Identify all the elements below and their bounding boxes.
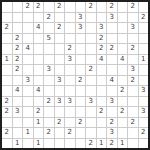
- grid-cell[interactable]: [76, 65, 86, 75]
- grid-cell[interactable]: [107, 86, 117, 96]
- grid-cell[interactable]: [13, 97, 23, 107]
- grid-cell[interactable]: [139, 44, 149, 54]
- grid-cell[interactable]: [13, 76, 23, 86]
- grid-cell[interactable]: [44, 86, 54, 96]
- clue-cell[interactable]: 2: [13, 65, 23, 75]
- grid-cell[interactable]: [23, 86, 33, 96]
- grid-cell[interactable]: [65, 2, 75, 12]
- grid-cell[interactable]: [23, 23, 33, 33]
- clue-cell[interactable]: 3: [65, 55, 75, 65]
- clue-cell[interactable]: 4: [13, 86, 23, 96]
- clue-cell[interactable]: 1: [34, 139, 44, 149]
- grid-cell[interactable]: [76, 34, 86, 44]
- clue-cell[interactable]: 3: [97, 23, 107, 33]
- clue-cell[interactable]: 2: [76, 76, 86, 86]
- clue-cell[interactable]: 2: [118, 107, 128, 117]
- clue-cell[interactable]: 2: [2, 23, 12, 33]
- grid-cell[interactable]: [13, 2, 23, 12]
- clue-cell[interactable]: 2: [107, 139, 117, 149]
- grid-cell[interactable]: [118, 76, 128, 86]
- clue-cell[interactable]: 3: [107, 13, 117, 23]
- clue-cell[interactable]: 3: [65, 97, 75, 107]
- grid-cell[interactable]: [97, 65, 107, 75]
- clue-cell[interactable]: 2: [2, 128, 12, 138]
- clue-cell[interactable]: 2: [44, 128, 54, 138]
- grid-cell[interactable]: [13, 23, 23, 33]
- grid-cell[interactable]: [86, 76, 96, 86]
- grid-cell[interactable]: [65, 34, 75, 44]
- grid-cell[interactable]: [44, 139, 54, 149]
- grid-cell[interactable]: [139, 34, 149, 44]
- clue-cell[interactable]: 2: [139, 13, 149, 23]
- grid-cell[interactable]: [128, 86, 138, 96]
- grid-cell[interactable]: [86, 55, 96, 65]
- grid-cell[interactable]: [86, 44, 96, 54]
- grid-cell[interactable]: [107, 55, 117, 65]
- grid-cell[interactable]: [23, 34, 33, 44]
- clue-cell[interactable]: 2: [55, 118, 65, 128]
- clue-cell[interactable]: 2: [107, 118, 117, 128]
- clue-cell[interactable]: 4: [107, 76, 117, 86]
- grid-cell[interactable]: [34, 44, 44, 54]
- grid-cell[interactable]: [76, 128, 86, 138]
- grid-cell[interactable]: [55, 128, 65, 138]
- grid-cell[interactable]: [65, 139, 75, 149]
- puzzle-grid: 2222222332242333252242222123441232333242…: [0, 0, 150, 150]
- grid-cell[interactable]: [128, 97, 138, 107]
- grid-cell[interactable]: [44, 2, 54, 12]
- clue-cell[interactable]: 1: [97, 139, 107, 149]
- grid-cell[interactable]: [34, 128, 44, 138]
- grid-cell[interactable]: [13, 118, 23, 128]
- grid-cell[interactable]: [13, 13, 23, 23]
- clue-cell[interactable]: 2: [97, 34, 107, 44]
- grid-cell[interactable]: [139, 23, 149, 33]
- clue-cell[interactable]: 1: [139, 55, 149, 65]
- grid-cell[interactable]: [65, 65, 75, 75]
- clue-cell[interactable]: 3: [55, 97, 65, 107]
- grid-cell[interactable]: [55, 107, 65, 117]
- clue-cell[interactable]: 2: [34, 2, 44, 12]
- grid-cell[interactable]: [34, 65, 44, 75]
- grid-cell[interactable]: [128, 128, 138, 138]
- clue-cell[interactable]: 3: [139, 86, 149, 96]
- grid-cell[interactable]: [139, 65, 149, 75]
- grid-cell[interactable]: [2, 139, 12, 149]
- grid-cell[interactable]: [107, 107, 117, 117]
- grid-cell[interactable]: [55, 44, 65, 54]
- grid-cell[interactable]: [65, 13, 75, 23]
- grid-cell[interactable]: [86, 118, 96, 128]
- clue-cell[interactable]: 2: [107, 44, 117, 54]
- grid-cell[interactable]: [128, 139, 138, 149]
- clue-cell[interactable]: 3: [107, 128, 117, 138]
- grid-cell[interactable]: [128, 107, 138, 117]
- clue-cell[interactable]: 2: [55, 23, 65, 33]
- grid-cell[interactable]: [34, 55, 44, 65]
- grid-cell[interactable]: [44, 107, 54, 117]
- clue-cell[interactable]: 2: [76, 118, 86, 128]
- grid-cell[interactable]: [107, 34, 117, 44]
- grid-cell[interactable]: [2, 44, 12, 54]
- grid-cell[interactable]: [76, 44, 86, 54]
- clue-cell[interactable]: 2: [139, 128, 149, 138]
- clue-cell[interactable]: 2: [2, 107, 12, 117]
- clue-cell[interactable]: 2: [128, 44, 138, 54]
- clue-cell[interactable]: 4: [23, 44, 33, 54]
- grid-cell[interactable]: [118, 23, 128, 33]
- grid-cell[interactable]: [65, 76, 75, 86]
- clue-cell[interactable]: 2: [13, 44, 23, 54]
- clue-cell[interactable]: 1: [23, 128, 33, 138]
- grid-cell[interactable]: [97, 128, 107, 138]
- grid-cell[interactable]: [97, 86, 107, 96]
- grid-cell[interactable]: [139, 2, 149, 12]
- grid-cell[interactable]: [2, 118, 12, 128]
- grid-cell[interactable]: [76, 107, 86, 117]
- clue-cell[interactable]: 1: [34, 118, 44, 128]
- clue-cell[interactable]: 2: [107, 2, 117, 12]
- grid-cell[interactable]: [118, 118, 128, 128]
- clue-cell[interactable]: 2: [86, 2, 96, 12]
- grid-cell[interactable]: [34, 13, 44, 23]
- grid-cell[interactable]: [65, 86, 75, 96]
- clue-cell[interactable]: 2: [2, 97, 12, 107]
- clue-cell[interactable]: 4: [118, 55, 128, 65]
- grid-cell[interactable]: [118, 34, 128, 44]
- grid-cell[interactable]: [44, 76, 54, 86]
- grid-cell[interactable]: [118, 44, 128, 54]
- grid-cell[interactable]: [139, 139, 149, 149]
- grid-cell[interactable]: [118, 97, 128, 107]
- clue-cell[interactable]: 2: [13, 34, 23, 44]
- grid-cell[interactable]: [107, 23, 117, 33]
- grid-cell[interactable]: [86, 34, 96, 44]
- grid-cell[interactable]: [128, 34, 138, 44]
- clue-cell[interactable]: 2: [65, 128, 75, 138]
- grid-cell[interactable]: [34, 76, 44, 86]
- grid-cell[interactable]: [118, 13, 128, 23]
- grid-cell[interactable]: [139, 97, 149, 107]
- clue-cell[interactable]: 2: [44, 13, 54, 23]
- clue-cell[interactable]: 2: [34, 107, 44, 117]
- clue-cell[interactable]: 2: [23, 2, 33, 12]
- grid-cell[interactable]: [76, 55, 86, 65]
- grid-cell[interactable]: [65, 23, 75, 33]
- grid-cell[interactable]: [97, 97, 107, 107]
- grid-cell[interactable]: [55, 86, 65, 96]
- clue-cell[interactable]: 2: [97, 107, 107, 117]
- grid-cell[interactable]: [86, 86, 96, 96]
- grid-cell[interactable]: [97, 2, 107, 12]
- grid-cell[interactable]: [86, 13, 96, 23]
- clue-cell[interactable]: 1: [118, 139, 128, 149]
- clue-cell[interactable]: 5: [44, 34, 54, 44]
- grid-cell[interactable]: [55, 139, 65, 149]
- clue-cell[interactable]: 2: [44, 97, 54, 107]
- grid-cell[interactable]: [55, 34, 65, 44]
- grid-cell[interactable]: [34, 34, 44, 44]
- grid-cell[interactable]: [76, 139, 86, 149]
- clue-cell[interactable]: 2: [13, 55, 23, 65]
- grid-cell[interactable]: [118, 2, 128, 12]
- clue-cell[interactable]: 2: [86, 139, 96, 149]
- clue-cell[interactable]: 2: [97, 44, 107, 54]
- grid-cell[interactable]: [55, 65, 65, 75]
- grid-cell[interactable]: [2, 65, 12, 75]
- clue-cell[interactable]: 1: [13, 139, 23, 149]
- grid-cell[interactable]: [139, 118, 149, 128]
- clue-cell[interactable]: 3: [76, 13, 86, 23]
- grid-cell[interactable]: [97, 118, 107, 128]
- grid-cell[interactable]: [65, 118, 75, 128]
- clue-cell[interactable]: 2: [55, 2, 65, 12]
- grid-cell[interactable]: [65, 107, 75, 117]
- clue-cell[interactable]: 3: [13, 107, 23, 117]
- grid-cell[interactable]: [44, 44, 54, 54]
- clue-cell[interactable]: 3: [128, 23, 138, 33]
- clue-cell[interactable]: 3: [76, 23, 86, 33]
- grid-cell[interactable]: [34, 97, 44, 107]
- grid-cell[interactable]: [2, 86, 12, 96]
- clue-cell[interactable]: 3: [23, 76, 33, 86]
- grid-cell[interactable]: [2, 2, 12, 12]
- clue-cell[interactable]: 3: [86, 97, 96, 107]
- grid-cell[interactable]: [44, 23, 54, 33]
- grid-cell[interactable]: [2, 13, 12, 23]
- grid-cell[interactable]: [86, 23, 96, 33]
- clue-cell[interactable]: 2: [128, 2, 138, 12]
- grid-cell[interactable]: [2, 76, 12, 86]
- grid-cell[interactable]: [118, 65, 128, 75]
- clue-cell[interactable]: 2: [118, 86, 128, 96]
- grid-cell[interactable]: [86, 107, 96, 117]
- grid-cell[interactable]: [13, 128, 23, 138]
- grid-cell[interactable]: [97, 13, 107, 23]
- grid-cell[interactable]: [44, 118, 54, 128]
- grid-cell[interactable]: [23, 13, 33, 23]
- grid-cell[interactable]: [23, 107, 33, 117]
- grid-cell[interactable]: [107, 65, 117, 75]
- clue-cell[interactable]: 2: [128, 118, 138, 128]
- clue-cell[interactable]: 1: [2, 55, 12, 65]
- clue-cell[interactable]: 3: [128, 65, 138, 75]
- grid-cell[interactable]: [55, 55, 65, 65]
- grid-cell[interactable]: [118, 128, 128, 138]
- grid-cell[interactable]: [55, 13, 65, 23]
- grid-cell[interactable]: [139, 76, 149, 86]
- clue-cell[interactable]: 3: [44, 65, 54, 75]
- clue-cell[interactable]: 4: [34, 86, 44, 96]
- clue-cell[interactable]: 4: [34, 23, 44, 33]
- grid-cell[interactable]: [97, 76, 107, 86]
- grid-cell[interactable]: [44, 55, 54, 65]
- grid-cell[interactable]: [128, 55, 138, 65]
- grid-cell[interactable]: [23, 118, 33, 128]
- clue-cell[interactable]: 2: [128, 76, 138, 86]
- grid-cell[interactable]: [23, 139, 33, 149]
- clue-cell[interactable]: 2: [65, 44, 75, 54]
- grid-cell[interactable]: [86, 128, 96, 138]
- grid-cell[interactable]: [23, 55, 33, 65]
- clue-cell[interactable]: 2: [86, 65, 96, 75]
- grid-cell[interactable]: [128, 13, 138, 23]
- clue-cell[interactable]: 4: [97, 55, 107, 65]
- grid-cell[interactable]: [23, 65, 33, 75]
- grid-cell[interactable]: [76, 97, 86, 107]
- grid-cell[interactable]: [76, 2, 86, 12]
- clue-cell[interactable]: 3: [107, 97, 117, 107]
- clue-cell[interactable]: 3: [55, 76, 65, 86]
- grid-cell[interactable]: [2, 34, 12, 44]
- clue-cell[interactable]: 3: [139, 107, 149, 117]
- grid-cell[interactable]: [76, 86, 86, 96]
- grid-cell[interactable]: [23, 97, 33, 107]
